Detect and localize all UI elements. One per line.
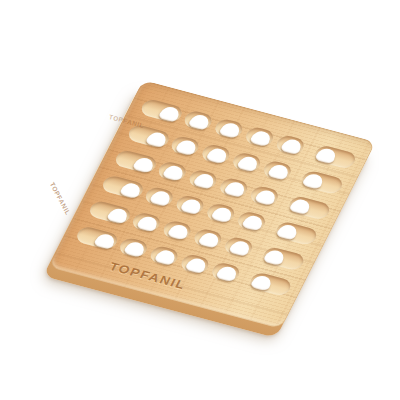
through-hole bbox=[106, 207, 130, 224]
through-hole bbox=[167, 223, 191, 240]
trivet-slot-cutout bbox=[87, 200, 133, 226]
through-hole bbox=[280, 138, 304, 155]
through-hole bbox=[267, 163, 291, 180]
trivet-hole-cutout bbox=[235, 210, 268, 232]
product-photo: TOPFANIL TOPFANIL TOPFANIL bbox=[0, 0, 400, 400]
trivet-hole-cutout bbox=[181, 109, 214, 131]
trivet-hole-cutout bbox=[117, 237, 150, 259]
through-hole bbox=[254, 188, 278, 205]
through-hole bbox=[301, 172, 325, 189]
trivet-slot-cutout bbox=[273, 220, 319, 246]
through-hole bbox=[236, 155, 260, 172]
through-hole bbox=[123, 240, 147, 257]
through-hole bbox=[218, 121, 242, 138]
trivet-hole-cutout bbox=[191, 227, 224, 249]
through-hole bbox=[158, 105, 182, 122]
trivet-slot-cutout bbox=[247, 271, 293, 297]
trivet-hole-cutout bbox=[161, 219, 194, 241]
trivet-hole-cutout bbox=[130, 211, 163, 233]
trivet-hole-cutout bbox=[199, 143, 232, 165]
trivet-hole-cutout bbox=[274, 134, 307, 156]
through-hole bbox=[184, 257, 208, 274]
through-hole bbox=[241, 214, 265, 231]
through-hole bbox=[205, 147, 229, 164]
through-hole bbox=[288, 198, 312, 215]
trivet-hole-cutout bbox=[173, 194, 206, 216]
trivet-slot-cutout bbox=[286, 195, 332, 221]
trivet-hole-cutout bbox=[243, 126, 276, 148]
through-hole bbox=[275, 223, 299, 240]
through-hole bbox=[210, 206, 234, 223]
through-hole bbox=[145, 131, 169, 148]
left-edge-engraving: TOPFANIL bbox=[49, 181, 72, 216]
through-hole bbox=[228, 239, 252, 256]
through-hole bbox=[162, 164, 186, 181]
trivet-slot-cutout bbox=[74, 225, 120, 251]
trivet-hole-cutout bbox=[261, 159, 294, 181]
trivet-slot-cutout bbox=[312, 144, 358, 170]
through-hole bbox=[192, 172, 216, 189]
through-hole bbox=[250, 274, 274, 291]
through-hole bbox=[175, 139, 199, 156]
trivet-top-face: TOPFANIL bbox=[48, 80, 376, 329]
trivet-hole-cutout bbox=[204, 202, 237, 224]
through-hole bbox=[132, 156, 156, 173]
trivet-hole-cutout bbox=[248, 185, 281, 207]
trivet-hole-cutout bbox=[178, 253, 211, 275]
trivet-hole-cutout bbox=[212, 118, 245, 140]
through-hole bbox=[223, 180, 247, 197]
trivet-slot-cutout bbox=[299, 169, 345, 195]
through-hole bbox=[314, 147, 338, 164]
trivet-hole-cutout bbox=[156, 160, 189, 182]
trivet-hole-cutout bbox=[217, 177, 250, 199]
trivet-hole-cutout bbox=[148, 245, 181, 267]
trivet-slot-cutout bbox=[139, 98, 185, 124]
through-hole bbox=[249, 129, 273, 146]
trivet-slot-cutout bbox=[113, 149, 159, 175]
trivet-slot-cutout bbox=[126, 123, 172, 149]
through-hole bbox=[119, 181, 143, 198]
trivet-hole-cutout bbox=[143, 186, 176, 208]
through-hole bbox=[215, 265, 239, 282]
trivet-hole-cutout bbox=[169, 135, 202, 157]
through-hole bbox=[93, 232, 117, 249]
through-hole bbox=[197, 231, 221, 248]
trivet-hole-cutout bbox=[222, 236, 255, 258]
trivet-slot-cutout bbox=[260, 246, 306, 272]
through-hole bbox=[187, 113, 211, 130]
trivet-slot-cutout bbox=[100, 174, 146, 200]
through-hole bbox=[154, 248, 178, 265]
through-hole bbox=[263, 249, 287, 266]
trivet-hole-cutout bbox=[230, 151, 263, 173]
trivet-hole-cutout bbox=[186, 168, 219, 190]
trivet-hole-cutout bbox=[209, 261, 242, 283]
through-hole bbox=[149, 189, 173, 206]
through-hole bbox=[136, 215, 160, 232]
through-hole bbox=[179, 198, 203, 215]
